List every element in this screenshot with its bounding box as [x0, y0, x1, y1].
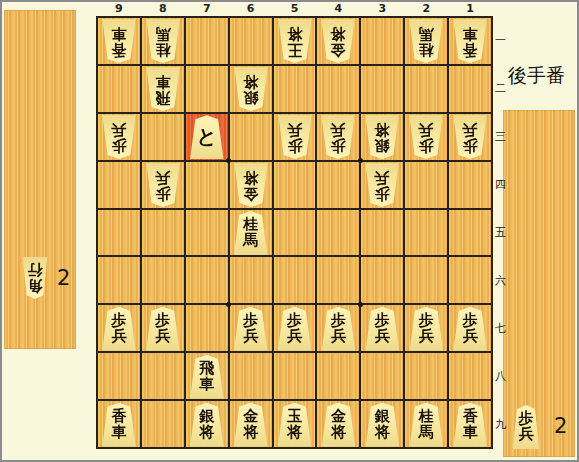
piece-kanji: 兵: [375, 329, 390, 344]
piece-kanji: 将: [287, 425, 302, 440]
square-31[interactable]: [361, 18, 403, 64]
rank-label-2: 二: [493, 66, 508, 112]
square-28[interactable]: [405, 353, 447, 399]
square-83[interactable]: [142, 114, 184, 160]
square-48[interactable]: [317, 353, 359, 399]
file-label-9: 9: [98, 3, 140, 15]
piece-kanji: 将: [375, 122, 390, 137]
square-55[interactable]: [274, 210, 316, 256]
piece-kanji: 兵: [419, 122, 434, 137]
piece-kanji: 歩: [111, 138, 126, 153]
piece-kanji: 将: [243, 170, 258, 185]
square-42[interactable]: [317, 66, 359, 112]
piece-kanji: 金: [243, 409, 258, 424]
rank-label-4: 四: [493, 162, 508, 208]
piece-kanji: 桂: [419, 42, 434, 57]
square-63[interactable]: [230, 114, 272, 160]
piece-kanji: 車: [111, 425, 126, 440]
piece-kanji: 馬: [419, 26, 434, 41]
piece-kanji: 将: [331, 26, 346, 41]
piece-kanji: 歩: [419, 313, 434, 328]
square-18[interactable]: [449, 353, 491, 399]
piece-kanji: 歩: [243, 313, 258, 328]
rank-label-8: 八: [493, 353, 508, 399]
file-label-5: 5: [274, 3, 316, 15]
square-71[interactable]: [186, 18, 228, 64]
piece-kanji: 将: [243, 74, 258, 89]
rank-label-3: 三: [493, 114, 508, 160]
square-92[interactable]: [98, 66, 140, 112]
square-77[interactable]: [186, 305, 228, 351]
square-89[interactable]: [142, 401, 184, 447]
piece-kanji: 銀: [199, 409, 214, 424]
piece-kanji: 歩: [463, 138, 478, 153]
piece-kanji: 銀: [243, 90, 258, 105]
square-25[interactable]: [405, 210, 447, 256]
sente-hand-tray: [503, 110, 575, 457]
piece-kanji: 銀: [375, 138, 390, 153]
rank-label-7: 七: [493, 305, 508, 351]
square-56[interactable]: [274, 257, 316, 303]
square-96[interactable]: [98, 257, 140, 303]
gote-hand-count: 2: [57, 268, 70, 289]
piece-kanji: 車: [155, 74, 170, 89]
piece-kanji: 兵: [243, 329, 258, 344]
shogi-board: 香車桂馬王将金将桂馬香車飛車銀将歩兵と歩兵歩兵銀将歩兵歩兵歩兵金将歩兵桂馬歩兵歩…: [96, 16, 493, 449]
square-38[interactable]: [361, 353, 403, 399]
square-22[interactable]: [405, 66, 447, 112]
piece-kanji: 歩: [331, 138, 346, 153]
square-68[interactable]: [230, 353, 272, 399]
square-58[interactable]: [274, 353, 316, 399]
shogi-app-window: 後手番 2 2 香車桂馬王将金将桂馬香車飛車銀将歩兵と歩兵歩兵銀将歩兵歩兵歩兵金…: [0, 0, 579, 462]
piece-kanji: 銀: [375, 409, 390, 424]
piece-kanji: 桂: [155, 42, 170, 57]
rank-label-9: 九: [493, 401, 508, 447]
square-24[interactable]: [405, 162, 447, 208]
piece-kanji: 歩: [375, 186, 390, 201]
piece-kanji: 桂: [243, 217, 258, 232]
square-88[interactable]: [142, 353, 184, 399]
piece-kanji: 将: [331, 425, 346, 440]
piece-kanji: 金: [331, 409, 346, 424]
piece-kanji: 桂: [419, 409, 434, 424]
piece-kanji: 兵: [287, 122, 302, 137]
square-52[interactable]: [274, 66, 316, 112]
piece-kanji: 兵: [155, 329, 170, 344]
piece-kanji: 歩: [155, 313, 170, 328]
square-36[interactable]: [361, 257, 403, 303]
piece-kanji: 車: [199, 377, 214, 392]
file-label-1: 1: [449, 3, 491, 15]
square-61[interactable]: [230, 18, 272, 64]
square-12[interactable]: [449, 66, 491, 112]
piece-kanji: 車: [463, 26, 478, 41]
piece-kanji: 香: [111, 409, 126, 424]
square-98[interactable]: [98, 353, 140, 399]
file-label-8: 8: [142, 3, 184, 15]
piece-kanji: 歩: [419, 138, 434, 153]
piece-kanji: 兵: [111, 122, 126, 137]
square-45[interactable]: [317, 210, 359, 256]
piece-kanji: 飛: [199, 361, 214, 376]
square-94[interactable]: [98, 162, 140, 208]
file-label-2: 2: [405, 3, 447, 15]
piece-kanji: 歩: [331, 313, 346, 328]
square-15[interactable]: [449, 210, 491, 256]
square-85[interactable]: [142, 210, 184, 256]
sente-hand-count: 2: [554, 416, 567, 437]
square-16[interactable]: [449, 257, 491, 303]
piece-kanji: 将: [287, 26, 302, 41]
piece-kanji: 兵: [287, 329, 302, 344]
piece-kanji: 兵: [463, 329, 478, 344]
square-46[interactable]: [317, 257, 359, 303]
piece-kanji: 兵: [519, 427, 534, 442]
piece-kanji: 歩: [375, 313, 390, 328]
piece-kanji: 馬: [419, 425, 434, 440]
file-label-3: 3: [361, 3, 403, 15]
square-35[interactable]: [361, 210, 403, 256]
piece-kanji: 歩: [155, 186, 170, 201]
piece-kanji: 兵: [375, 170, 390, 185]
square-66[interactable]: [230, 257, 272, 303]
square-44[interactable]: [317, 162, 359, 208]
file-label-6: 6: [230, 3, 272, 15]
piece-kanji: 馬: [243, 233, 258, 248]
piece-kanji: 兵: [155, 170, 170, 185]
piece-kanji: 飛: [155, 90, 170, 105]
piece-kanji: 角: [28, 278, 43, 293]
square-86[interactable]: [142, 257, 184, 303]
square-14[interactable]: [449, 162, 491, 208]
piece-kanji: 香: [463, 409, 478, 424]
piece-kanji: 玉: [287, 409, 302, 424]
piece-kanji: 兵: [463, 122, 478, 137]
piece-kanji: 行: [28, 262, 43, 277]
piece-kanji: 金: [243, 186, 258, 201]
piece-kanji: 車: [463, 425, 478, 440]
square-95[interactable]: [98, 210, 140, 256]
piece-kanji: 兵: [331, 329, 346, 344]
piece-kanji: 歩: [519, 411, 534, 426]
square-72[interactable]: [186, 66, 228, 112]
piece-kanji: 将: [243, 425, 258, 440]
square-75[interactable]: [186, 210, 228, 256]
piece-kanji: 歩: [287, 138, 302, 153]
hoshi-dot: [358, 302, 363, 307]
piece-kanji: 歩: [287, 313, 302, 328]
piece-kanji: 馬: [155, 26, 170, 41]
piece-kanji: 兵: [419, 329, 434, 344]
piece-kanji: 兵: [111, 329, 126, 344]
piece-kanji: 香: [111, 42, 126, 57]
file-label-4: 4: [318, 3, 360, 15]
turn-indicator: 後手番: [508, 63, 578, 89]
piece-kanji: 王: [287, 42, 302, 57]
square-32[interactable]: [361, 66, 403, 112]
piece-kanji: 金: [331, 42, 346, 57]
piece-kanji: 歩: [111, 313, 126, 328]
rank-label-6: 六: [493, 258, 508, 304]
gote-hand-tray: [4, 10, 76, 349]
square-74[interactable]: [186, 162, 228, 208]
square-54[interactable]: [274, 162, 316, 208]
piece-kanji: と: [197, 126, 217, 146]
piece-kanji: 将: [375, 425, 390, 440]
square-76[interactable]: [186, 257, 228, 303]
piece-kanji: 兵: [331, 122, 346, 137]
file-label-7: 7: [186, 3, 228, 15]
square-26[interactable]: [405, 257, 447, 303]
rank-label-5: 五: [493, 210, 508, 256]
piece-kanji: 車: [111, 26, 126, 41]
rank-label-1: 一: [493, 18, 508, 64]
piece-kanji: 歩: [463, 313, 478, 328]
piece-kanji: 香: [463, 42, 478, 57]
piece-kanji: 将: [199, 425, 214, 440]
